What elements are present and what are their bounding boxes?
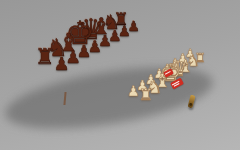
piece-black-pawn: ♟ (54, 55, 70, 73)
chess-set-photo: 11HH22GG33FF44EE55DD66CC77BB88AA ♜♞♝♛♚♝♞… (0, 0, 240, 150)
piece-black-rook: ♜ (35, 46, 54, 68)
pieces-layer: ♜♞♝♛♚♝♞♜♟♟♟♟♟♟♟♟♟♟♟♟♟♟♟♟♜♞♝♛♚♝♞♜ (0, 0, 240, 150)
piece-white-rook: ♜ (139, 86, 153, 102)
